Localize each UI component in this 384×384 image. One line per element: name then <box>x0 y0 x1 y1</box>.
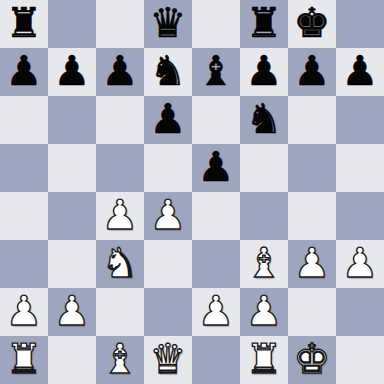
black-pawn-icon[interactable]: ♟ <box>6 48 43 95</box>
black-pawn-icon[interactable]: ♟ <box>342 48 379 95</box>
white-pawn-icon[interactable]: ♟ <box>102 192 139 239</box>
square-d5[interactable] <box>144 144 192 192</box>
square-c7[interactable]: ♟ <box>96 48 144 96</box>
square-a4[interactable] <box>0 192 48 240</box>
black-bishop-icon[interactable]: ♝ <box>198 48 235 95</box>
square-d7[interactable]: ♞ <box>144 48 192 96</box>
square-b6[interactable] <box>48 96 96 144</box>
square-d4[interactable]: ♟ <box>144 192 192 240</box>
black-pawn-icon[interactable]: ♟ <box>198 144 235 191</box>
square-d1[interactable]: ♛ <box>144 336 192 384</box>
square-e7[interactable]: ♝ <box>192 48 240 96</box>
chess-board: ♜♛♜♚♟♟♟♞♝♟♟♟♟♞♟♟♟♞♝♟♟♟♟♟♟♜♝♛♜♚ <box>0 0 384 384</box>
black-knight-icon[interactable]: ♞ <box>246 96 283 143</box>
square-g5[interactable] <box>288 144 336 192</box>
square-b7[interactable]: ♟ <box>48 48 96 96</box>
square-a5[interactable] <box>0 144 48 192</box>
square-e4[interactable] <box>192 192 240 240</box>
black-pawn-icon[interactable]: ♟ <box>246 48 283 95</box>
square-c6[interactable] <box>96 96 144 144</box>
black-pawn-icon[interactable]: ♟ <box>150 96 187 143</box>
white-pawn-icon[interactable]: ♟ <box>150 192 187 239</box>
white-knight-icon[interactable]: ♞ <box>102 240 139 287</box>
square-f8[interactable]: ♜ <box>240 0 288 48</box>
square-h2[interactable] <box>336 288 384 336</box>
square-h7[interactable]: ♟ <box>336 48 384 96</box>
square-e1[interactable] <box>192 336 240 384</box>
square-a3[interactable] <box>0 240 48 288</box>
white-rook-icon[interactable]: ♜ <box>246 336 283 383</box>
square-a6[interactable] <box>0 96 48 144</box>
square-e2[interactable]: ♟ <box>192 288 240 336</box>
square-b2[interactable]: ♟ <box>48 288 96 336</box>
square-f3[interactable]: ♝ <box>240 240 288 288</box>
square-b1[interactable] <box>48 336 96 384</box>
black-rook-icon[interactable]: ♜ <box>246 0 283 47</box>
square-h5[interactable] <box>336 144 384 192</box>
square-a1[interactable]: ♜ <box>0 336 48 384</box>
square-f4[interactable] <box>240 192 288 240</box>
square-f2[interactable]: ♟ <box>240 288 288 336</box>
square-f1[interactable]: ♜ <box>240 336 288 384</box>
white-pawn-icon[interactable]: ♟ <box>246 288 283 335</box>
square-g1[interactable]: ♚ <box>288 336 336 384</box>
black-pawn-icon[interactable]: ♟ <box>294 48 331 95</box>
square-h6[interactable] <box>336 96 384 144</box>
square-e3[interactable] <box>192 240 240 288</box>
white-pawn-icon[interactable]: ♟ <box>54 288 91 335</box>
square-g4[interactable] <box>288 192 336 240</box>
square-b5[interactable] <box>48 144 96 192</box>
black-queen-icon[interactable]: ♛ <box>150 0 187 47</box>
square-h8[interactable] <box>336 0 384 48</box>
square-b3[interactable] <box>48 240 96 288</box>
black-pawn-icon[interactable]: ♟ <box>54 48 91 95</box>
white-pawn-icon[interactable]: ♟ <box>294 240 331 287</box>
square-b4[interactable] <box>48 192 96 240</box>
white-king-icon[interactable]: ♚ <box>294 336 331 383</box>
square-c5[interactable] <box>96 144 144 192</box>
square-h4[interactable] <box>336 192 384 240</box>
square-g7[interactable]: ♟ <box>288 48 336 96</box>
square-f7[interactable]: ♟ <box>240 48 288 96</box>
square-d8[interactable]: ♛ <box>144 0 192 48</box>
white-pawn-icon[interactable]: ♟ <box>198 288 235 335</box>
white-pawn-icon[interactable]: ♟ <box>342 240 379 287</box>
square-b8[interactable] <box>48 0 96 48</box>
square-h1[interactable] <box>336 336 384 384</box>
white-bishop-icon[interactable]: ♝ <box>246 240 283 287</box>
square-d6[interactable]: ♟ <box>144 96 192 144</box>
square-c8[interactable] <box>96 0 144 48</box>
square-a2[interactable]: ♟ <box>0 288 48 336</box>
square-g6[interactable] <box>288 96 336 144</box>
square-e5[interactable]: ♟ <box>192 144 240 192</box>
square-h3[interactable]: ♟ <box>336 240 384 288</box>
white-bishop-icon[interactable]: ♝ <box>102 336 139 383</box>
square-a8[interactable]: ♜ <box>0 0 48 48</box>
square-d2[interactable] <box>144 288 192 336</box>
square-c1[interactable]: ♝ <box>96 336 144 384</box>
black-rook-icon[interactable]: ♜ <box>6 0 43 47</box>
square-d3[interactable] <box>144 240 192 288</box>
black-knight-icon[interactable]: ♞ <box>150 48 187 95</box>
square-c3[interactable]: ♞ <box>96 240 144 288</box>
square-e6[interactable] <box>192 96 240 144</box>
square-f6[interactable]: ♞ <box>240 96 288 144</box>
white-rook-icon[interactable]: ♜ <box>6 336 43 383</box>
square-c4[interactable]: ♟ <box>96 192 144 240</box>
square-c2[interactable] <box>96 288 144 336</box>
square-g8[interactable]: ♚ <box>288 0 336 48</box>
white-pawn-icon[interactable]: ♟ <box>6 288 43 335</box>
black-pawn-icon[interactable]: ♟ <box>102 48 139 95</box>
black-king-icon[interactable]: ♚ <box>294 0 331 47</box>
square-g2[interactable] <box>288 288 336 336</box>
white-queen-icon[interactable]: ♛ <box>150 336 187 383</box>
square-f5[interactable] <box>240 144 288 192</box>
square-e8[interactable] <box>192 0 240 48</box>
square-g3[interactable]: ♟ <box>288 240 336 288</box>
square-a7[interactable]: ♟ <box>0 48 48 96</box>
